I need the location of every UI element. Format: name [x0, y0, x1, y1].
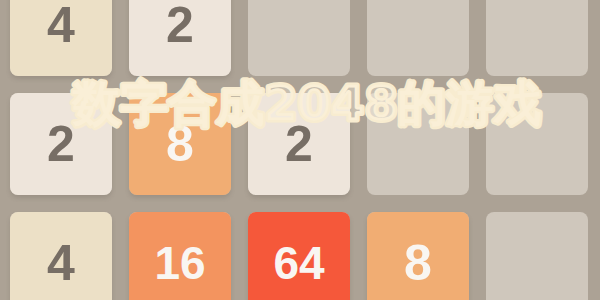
cell: 8 [129, 93, 231, 195]
tile-4: 4 [10, 212, 112, 300]
cell: 8 [367, 212, 469, 300]
game-screen: 42282416648 数字合成2048的游戏 [0, 0, 600, 300]
empty-cell [486, 93, 588, 195]
empty-cell [486, 212, 588, 300]
cell: 2 [129, 0, 231, 76]
tile-4: 4 [10, 0, 112, 76]
cell: 4 [10, 212, 112, 300]
tile-2: 2 [248, 93, 350, 195]
board-grid[interactable]: 42282416648 [10, 0, 588, 300]
cell: 16 [129, 212, 231, 300]
tile-64: 64 [248, 212, 350, 300]
tile-8: 8 [129, 93, 231, 195]
tile-2: 2 [129, 0, 231, 76]
empty-cell [486, 0, 588, 76]
cell: 2 [248, 93, 350, 195]
cell: 64 [248, 212, 350, 300]
empty-cell [367, 93, 469, 195]
cell: 4 [10, 0, 112, 76]
tile-8: 8 [367, 212, 469, 300]
empty-cell [367, 0, 469, 76]
empty-cell [248, 0, 350, 76]
cell: 2 [10, 93, 112, 195]
tile-2: 2 [10, 93, 112, 195]
tile-16: 16 [129, 212, 231, 300]
